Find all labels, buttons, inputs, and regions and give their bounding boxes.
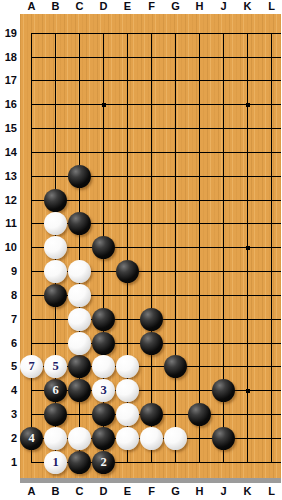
row-label-7: 7 [0, 313, 17, 326]
column-label-bottom-g: G [164, 485, 188, 498]
row-label-3: 3 [0, 408, 17, 421]
stone-white-c2[interactable] [68, 427, 91, 450]
row-label-15: 15 [0, 122, 17, 135]
row-label-11: 11 [0, 217, 17, 230]
column-label-bottom-h: H [188, 485, 212, 498]
column-label-bottom-k: K [236, 485, 260, 498]
grid-line-horizontal [31, 152, 281, 153]
row-label-18: 18 [0, 51, 17, 64]
column-label-top-e: E [116, 0, 140, 13]
stone-black-j2[interactable] [212, 427, 235, 450]
stone-white-f2[interactable] [140, 427, 163, 450]
column-label-bottom-f: F [140, 485, 164, 498]
row-label-6: 6 [0, 337, 17, 350]
row-label-5: 5 [0, 360, 17, 373]
stone-black-h3[interactable] [188, 403, 211, 426]
stone-black-f3[interactable] [140, 403, 163, 426]
column-label-top-j: J [212, 0, 236, 13]
column-label-bottom-c: C [68, 485, 92, 498]
row-label-4: 4 [0, 384, 17, 397]
move-number-label: 2 [100, 451, 106, 474]
row-label-19: 19 [0, 27, 17, 40]
stone-white-b9[interactable] [44, 260, 67, 283]
column-label-top-a: A [20, 0, 44, 13]
move-number-label: 7 [28, 355, 34, 378]
star-point-k10 [246, 246, 250, 250]
star-point-k16 [246, 103, 250, 107]
stone-white-c9[interactable] [68, 260, 91, 283]
row-label-8: 8 [0, 289, 17, 302]
row-label-12: 12 [0, 194, 17, 207]
column-label-bottom-a: A [20, 485, 44, 498]
row-label-13: 13 [0, 170, 17, 183]
column-label-bottom-d: D [92, 485, 116, 498]
row-label-2: 2 [0, 432, 17, 445]
column-label-bottom-b: B [44, 485, 68, 498]
column-label-bottom-j: J [212, 485, 236, 498]
board-edge-shadow [20, 478, 281, 483]
stone-black-d1[interactable]: 2 [92, 451, 115, 474]
grid-line-horizontal [31, 104, 281, 105]
move-number-label: 5 [52, 355, 58, 378]
stone-white-c8[interactable] [68, 284, 91, 307]
column-label-top-l: L [260, 0, 282, 13]
stone-white-e3[interactable] [116, 403, 139, 426]
star-point-d16 [102, 103, 106, 107]
stone-white-b2[interactable] [44, 427, 67, 450]
grid-line-horizontal [31, 33, 281, 34]
grid-line-horizontal [31, 200, 281, 201]
row-label-14: 14 [0, 146, 17, 159]
grid-line-horizontal [31, 128, 281, 129]
stone-black-d2[interactable] [92, 427, 115, 450]
stone-white-c7[interactable] [68, 308, 91, 331]
star-point-k4 [246, 389, 250, 393]
move-number-label: 3 [100, 379, 106, 402]
stone-black-b3[interactable] [44, 403, 67, 426]
move-number-label: 4 [28, 427, 34, 450]
row-label-10: 10 [0, 241, 17, 254]
grid-line-horizontal [31, 57, 281, 58]
stone-white-b1[interactable]: 1 [44, 451, 67, 474]
column-label-bottom-e: E [116, 485, 140, 498]
stone-white-g2[interactable] [164, 427, 187, 450]
column-label-top-c: C [68, 0, 92, 13]
stone-black-d3[interactable] [92, 403, 115, 426]
column-label-top-k: K [236, 0, 260, 13]
row-label-9: 9 [0, 265, 17, 278]
stone-black-f7[interactable] [140, 308, 163, 331]
stone-white-e2[interactable] [116, 427, 139, 450]
move-number-label: 6 [52, 379, 58, 402]
grid-line-horizontal [31, 247, 281, 248]
column-label-top-b: B [44, 0, 68, 13]
stone-black-b12[interactable] [44, 189, 67, 212]
row-label-1: 1 [0, 456, 17, 469]
grid-line-horizontal [31, 80, 281, 81]
stone-black-d6[interactable] [92, 332, 115, 355]
stone-black-e9[interactable] [116, 260, 139, 283]
stone-black-c1[interactable] [68, 451, 91, 474]
stone-black-d7[interactable] [92, 308, 115, 331]
column-label-top-f: F [140, 0, 164, 13]
stone-white-c6[interactable] [68, 332, 91, 355]
stone-black-f6[interactable] [140, 332, 163, 355]
column-label-top-d: D [92, 0, 116, 13]
column-label-bottom-l: L [260, 485, 282, 498]
row-label-16: 16 [0, 98, 17, 111]
stone-black-c13[interactable] [68, 165, 91, 188]
stone-black-a2[interactable]: 4 [20, 427, 43, 450]
go-diagram: ABCDEFGHJKL ABCDEFGHJKL 1918171615141312… [0, 0, 281, 500]
stone-black-b8[interactable] [44, 284, 67, 307]
move-number-label: 1 [52, 451, 58, 474]
row-label-17: 17 [0, 74, 17, 87]
column-label-top-h: H [188, 0, 212, 13]
column-label-top-g: G [164, 0, 188, 13]
